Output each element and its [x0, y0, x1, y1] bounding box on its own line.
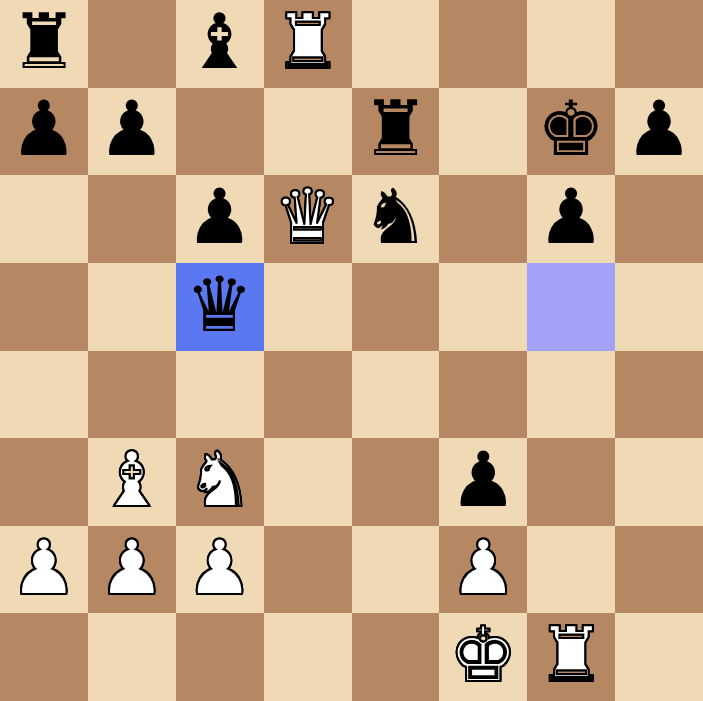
square-c7[interactable] [176, 88, 264, 176]
square-a5[interactable] [0, 263, 88, 351]
black-pawn[interactable]: ♟ [186, 179, 254, 255]
black-pawn[interactable]: ♟ [10, 91, 78, 167]
square-d8[interactable]: ♜ [264, 0, 352, 88]
square-f6[interactable] [439, 175, 527, 263]
square-b2[interactable]: ♟ [88, 526, 176, 614]
square-f5[interactable] [439, 263, 527, 351]
square-h2[interactable] [615, 526, 703, 614]
square-d7[interactable] [264, 88, 352, 176]
square-b5[interactable] [88, 263, 176, 351]
square-a1[interactable] [0, 613, 88, 701]
square-e5[interactable] [352, 263, 440, 351]
square-e3[interactable] [352, 438, 440, 526]
square-g1[interactable]: ♜ [527, 613, 615, 701]
white-bishop[interactable]: ♝ [98, 442, 166, 518]
square-d5[interactable] [264, 263, 352, 351]
square-a7[interactable]: ♟ [0, 88, 88, 176]
square-c6[interactable]: ♟ [176, 175, 264, 263]
square-h4[interactable] [615, 351, 703, 439]
square-g8[interactable] [527, 0, 615, 88]
square-f7[interactable] [439, 88, 527, 176]
square-g2[interactable] [527, 526, 615, 614]
square-b3[interactable]: ♝ [88, 438, 176, 526]
black-pawn[interactable]: ♟ [449, 442, 517, 518]
square-h7[interactable]: ♟ [615, 88, 703, 176]
white-pawn[interactable]: ♟ [449, 530, 517, 606]
square-f2[interactable]: ♟ [439, 526, 527, 614]
square-b7[interactable]: ♟ [88, 88, 176, 176]
square-e4[interactable] [352, 351, 440, 439]
square-b6[interactable] [88, 175, 176, 263]
square-d3[interactable] [264, 438, 352, 526]
square-e7[interactable]: ♜ [352, 88, 440, 176]
white-rook[interactable]: ♜ [537, 617, 605, 693]
square-g7[interactable]: ♚ [527, 88, 615, 176]
square-a6[interactable] [0, 175, 88, 263]
square-g6[interactable]: ♟ [527, 175, 615, 263]
square-a3[interactable] [0, 438, 88, 526]
black-rook[interactable]: ♜ [361, 91, 429, 167]
square-h1[interactable] [615, 613, 703, 701]
square-f8[interactable] [439, 0, 527, 88]
black-king[interactable]: ♚ [537, 91, 605, 167]
square-g4[interactable] [527, 351, 615, 439]
chess-board-container: ♜♝♜♟♟♜♚♟♟♛♞♟♛♝♞♟♟♟♟♟♚♜ [0, 0, 703, 701]
white-knight[interactable]: ♞ [186, 442, 254, 518]
square-d4[interactable] [264, 351, 352, 439]
square-c5[interactable]: ♛ [176, 263, 264, 351]
square-d2[interactable] [264, 526, 352, 614]
square-c8[interactable]: ♝ [176, 0, 264, 88]
square-h6[interactable] [615, 175, 703, 263]
white-pawn[interactable]: ♟ [186, 530, 254, 606]
square-c3[interactable]: ♞ [176, 438, 264, 526]
square-h8[interactable] [615, 0, 703, 88]
black-queen[interactable]: ♛ [186, 267, 254, 343]
black-pawn[interactable]: ♟ [98, 91, 166, 167]
square-d6[interactable]: ♛ [264, 175, 352, 263]
square-c2[interactable]: ♟ [176, 526, 264, 614]
white-rook[interactable]: ♜ [273, 4, 341, 80]
black-bishop[interactable]: ♝ [186, 4, 254, 80]
square-c1[interactable] [176, 613, 264, 701]
square-g3[interactable] [527, 438, 615, 526]
square-f3[interactable]: ♟ [439, 438, 527, 526]
white-pawn[interactable]: ♟ [98, 530, 166, 606]
square-c4[interactable] [176, 351, 264, 439]
black-pawn[interactable]: ♟ [537, 179, 605, 255]
white-king[interactable]: ♚ [449, 617, 517, 693]
square-b1[interactable] [88, 613, 176, 701]
white-pawn[interactable]: ♟ [10, 530, 78, 606]
black-rook[interactable]: ♜ [10, 4, 78, 80]
square-a8[interactable]: ♜ [0, 0, 88, 88]
square-b4[interactable] [88, 351, 176, 439]
square-f1[interactable]: ♚ [439, 613, 527, 701]
square-h5[interactable] [615, 263, 703, 351]
square-g5[interactable] [527, 263, 615, 351]
square-e6[interactable]: ♞ [352, 175, 440, 263]
square-e1[interactable] [352, 613, 440, 701]
black-pawn[interactable]: ♟ [625, 91, 693, 167]
white-queen[interactable]: ♛ [273, 179, 341, 255]
square-f4[interactable] [439, 351, 527, 439]
square-a4[interactable] [0, 351, 88, 439]
square-e8[interactable] [352, 0, 440, 88]
black-knight[interactable]: ♞ [361, 179, 429, 255]
square-b8[interactable] [88, 0, 176, 88]
chess-board: ♜♝♜♟♟♜♚♟♟♛♞♟♛♝♞♟♟♟♟♟♚♜ [0, 0, 703, 701]
square-h3[interactable] [615, 438, 703, 526]
square-e2[interactable] [352, 526, 440, 614]
square-a2[interactable]: ♟ [0, 526, 88, 614]
square-d1[interactable] [264, 613, 352, 701]
